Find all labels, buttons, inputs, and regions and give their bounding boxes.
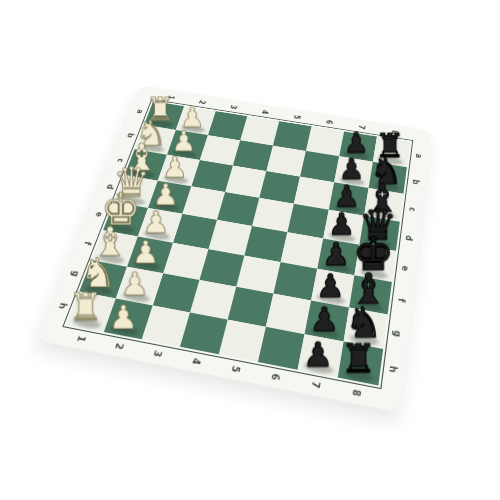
square-d6 bbox=[287, 204, 328, 239]
coord-label-top-3: 3 bbox=[228, 104, 238, 109]
square-h8: ♜ bbox=[338, 342, 383, 386]
coord-label-bottom-3: 3 bbox=[151, 349, 164, 357]
coord-label-bottom-6: 6 bbox=[269, 372, 281, 381]
coord-label-right-b: b bbox=[410, 179, 420, 185]
coord-label-top-1: 1 bbox=[166, 94, 176, 99]
coord-label-top-7: 7 bbox=[357, 124, 367, 130]
piece-black-pawn: ♟ bbox=[322, 239, 350, 270]
coord-label-top-5: 5 bbox=[292, 114, 302, 119]
coord-label-bottom-4: 4 bbox=[190, 357, 203, 365]
chess-mat: ♜♟♟♜♞♟♟♞♝♟♟♝♛♟♟♛♚♟♟♚♝♟♟♝♞♟♟♞♜♟♟♜ 1122334… bbox=[37, 85, 432, 412]
coord-label-bottom-1: 1 bbox=[75, 334, 88, 342]
coord-label-bottom-8: 8 bbox=[350, 388, 362, 397]
square-h5 bbox=[219, 320, 266, 362]
square-f6 bbox=[273, 262, 317, 300]
piece-black-rook: ♜ bbox=[341, 340, 377, 380]
coord-label-top-8: 8 bbox=[390, 129, 400, 135]
coord-label-right-f: f bbox=[395, 297, 406, 302]
piece-black-pawn: ♟ bbox=[316, 270, 345, 302]
square-h6 bbox=[258, 327, 305, 370]
coord-label-top-4: 4 bbox=[260, 109, 270, 114]
coord-label-right-g: g bbox=[391, 330, 403, 338]
coord-label-bottom-5: 5 bbox=[229, 364, 242, 373]
coord-label-right-a: a bbox=[413, 153, 423, 159]
coord-label-right-e: e bbox=[399, 265, 410, 272]
coord-label-right-d: d bbox=[403, 235, 414, 242]
piece-white-pawn: ♟ bbox=[120, 268, 149, 300]
piece-white-pawn: ♟ bbox=[132, 237, 160, 268]
square-d4 bbox=[217, 192, 259, 226]
photo-background: ♜♟♟♜♞♟♟♞♝♟♟♝♛♟♟♛♚♟♟♚♝♟♟♝♞♟♟♞♜♟♟♜ 1122334… bbox=[0, 0, 500, 500]
coord-label-top-6: 6 bbox=[324, 119, 334, 125]
piece-white-pawn: ♟ bbox=[109, 301, 138, 334]
coord-label-bottom-2: 2 bbox=[113, 342, 126, 350]
coord-label-left-h: h bbox=[56, 302, 69, 310]
piece-white-rook: ♜ bbox=[69, 288, 103, 326]
coord-label-bottom-7: 7 bbox=[309, 380, 321, 389]
piece-black-pawn: ♟ bbox=[303, 338, 333, 372]
piece-black-pawn: ♟ bbox=[310, 303, 339, 336]
coord-label-top-2: 2 bbox=[197, 99, 207, 104]
coord-label-right-h: h bbox=[387, 365, 399, 374]
board-grid: ♜♟♟♜♞♟♟♞♝♟♟♝♛♟♟♛♚♟♟♚♝♟♟♝♞♟♟♞♜♟♟♜ bbox=[66, 101, 410, 385]
coord-label-right-c: c bbox=[407, 206, 417, 212]
square-f3 bbox=[163, 243, 208, 280]
square-g6 bbox=[266, 294, 311, 335]
square-h7: ♟ bbox=[298, 334, 344, 377]
